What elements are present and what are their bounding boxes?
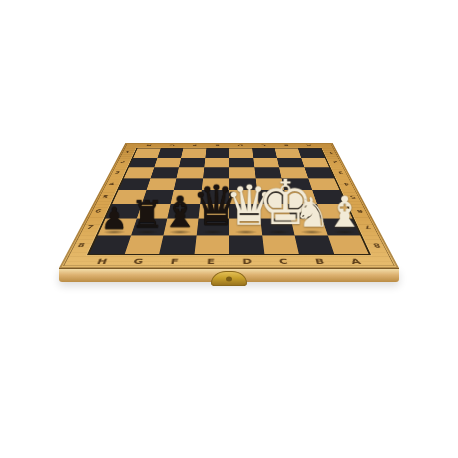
file-label: E	[206, 143, 229, 148]
rank-label: 1	[322, 148, 341, 157]
square[interactable]	[262, 235, 299, 254]
square[interactable]	[159, 235, 196, 254]
square[interactable]	[124, 167, 154, 178]
square[interactable]	[179, 158, 205, 168]
file-label: F	[155, 255, 193, 268]
file-label: B	[300, 255, 340, 268]
square[interactable]	[229, 148, 253, 157]
file-label: C	[265, 255, 303, 268]
file-label: D	[229, 255, 266, 268]
file-label: D	[229, 143, 252, 148]
file-label: H	[81, 255, 122, 268]
square[interactable]	[275, 148, 301, 157]
square[interactable]	[298, 148, 325, 157]
square[interactable]	[194, 235, 229, 254]
square[interactable]	[229, 158, 254, 168]
square[interactable]	[204, 158, 229, 168]
square[interactable]	[129, 158, 157, 168]
product-photo-scene: HGFEDCBA HGFEDCBA 12345678 12345678 ♟♜♝♛…	[0, 0, 458, 458]
square[interactable]	[229, 235, 264, 254]
square[interactable]	[181, 148, 206, 157]
rank-label: 2	[326, 157, 346, 167]
file-label: G	[118, 255, 158, 268]
square[interactable]	[154, 158, 181, 168]
square[interactable]	[150, 167, 179, 178]
file-label: F	[183, 143, 207, 148]
chessboard: HGFEDCBA HGFEDCBA 12345678 12345678 ♟♜♝♛…	[59, 143, 399, 268]
file-label: G	[160, 143, 184, 148]
square[interactable]	[205, 148, 229, 157]
square[interactable]	[157, 148, 183, 157]
brass-clasp-icon	[211, 271, 247, 286]
file-label: B	[274, 143, 298, 148]
file-label: E	[192, 255, 229, 268]
file-label: A	[336, 255, 377, 268]
file-label: A	[297, 143, 322, 148]
square[interactable]	[124, 235, 163, 254]
file-labels-near: HGFEDCBA	[81, 255, 377, 268]
square[interactable]	[252, 148, 277, 157]
file-labels-far: HGFEDCBA	[136, 143, 321, 148]
file-label: C	[252, 143, 276, 148]
file-label: H	[136, 143, 161, 148]
square[interactable]	[133, 148, 160, 157]
